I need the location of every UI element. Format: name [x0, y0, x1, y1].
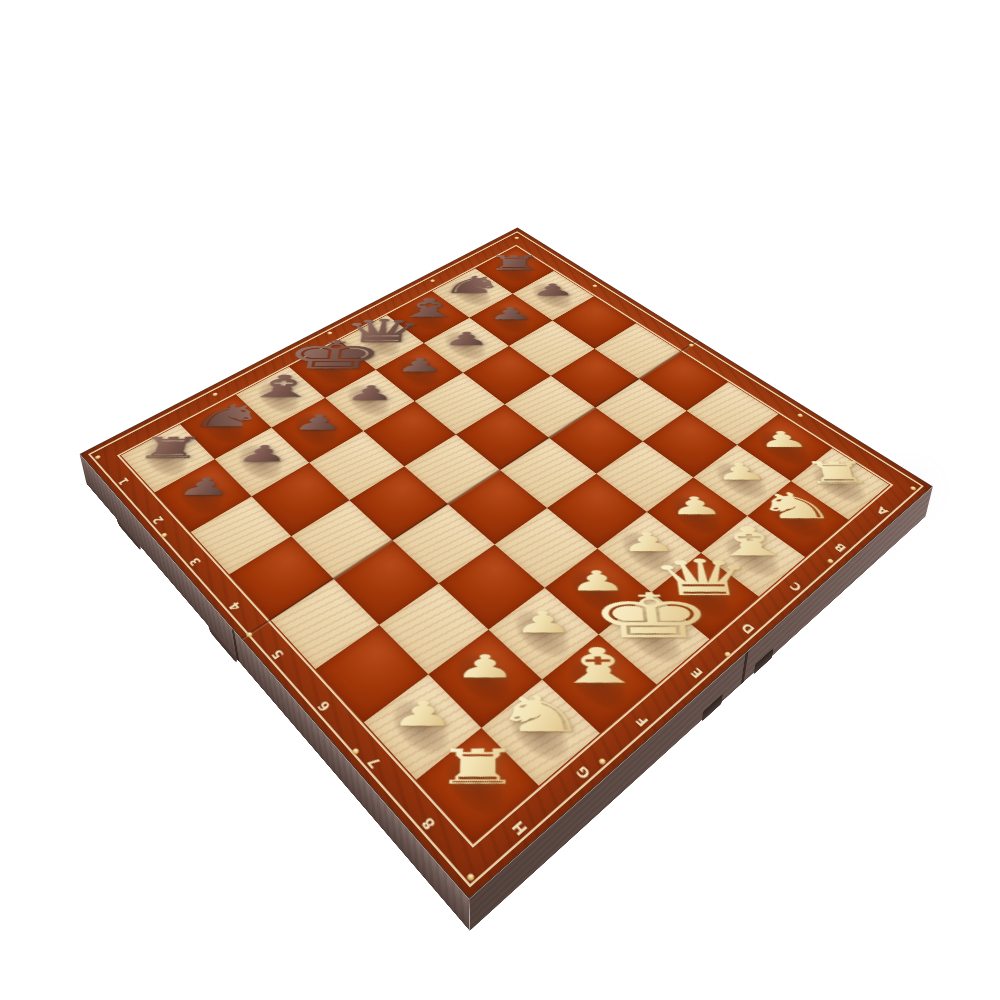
- latch-tab: [702, 694, 723, 722]
- chess-board: ABCDEFGH12345678 ♜♞♟♝♟♛♟♚♟♝♟♞♟♟♜♟♟♜♟♟♞♟♝…: [80, 227, 933, 899]
- latch-tab: [754, 648, 774, 675]
- piece-dark-pawn-h7[interactable]: ♟: [126, 434, 291, 495]
- chess-board-3d-scene: ABCDEFGH12345678 ♜♞♟♝♟♛♟♚♟♝♟♞♟♟♜♟♟♜♟♟♞♟♝…: [198, 168, 802, 772]
- side-seam: [741, 651, 749, 685]
- product-photo-scene: ABCDEFGH12345678 ♜♞♟♝♟♛♟♚♟♝♟♞♟♟♜♟♟♜♟♟♞♟♝…: [0, 0, 1000, 1000]
